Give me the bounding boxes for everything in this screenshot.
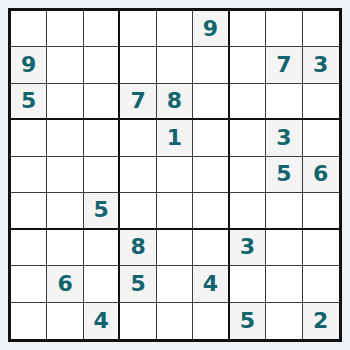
cell-r4c1[interactable] xyxy=(11,120,47,156)
cell-r2c2[interactable] xyxy=(47,47,83,83)
cell-r1c9[interactable] xyxy=(303,11,339,47)
cell-r5c9[interactable]: 6 xyxy=(303,157,339,193)
cell-r6c2[interactable] xyxy=(47,193,83,229)
cell-r2c9[interactable]: 3 xyxy=(303,47,339,83)
cell-r6c5[interactable] xyxy=(157,193,193,229)
cell-r7c3[interactable] xyxy=(84,230,120,266)
cell-r8c3[interactable] xyxy=(84,266,120,302)
cell-r3c1[interactable]: 5 xyxy=(11,84,47,120)
cell-r3c4[interactable]: 7 xyxy=(120,84,156,120)
cell-r8c9[interactable] xyxy=(303,266,339,302)
cell-r5c7[interactable] xyxy=(230,157,266,193)
sudoku-board: 99735781356583654452 xyxy=(8,8,342,342)
cell-r8c2[interactable]: 6 xyxy=(47,266,83,302)
cell-r5c4[interactable] xyxy=(120,157,156,193)
cell-r8c5[interactable] xyxy=(157,266,193,302)
cell-r1c6[interactable]: 9 xyxy=(193,11,229,47)
cell-r1c7[interactable] xyxy=(230,11,266,47)
cell-r6c8[interactable] xyxy=(266,193,302,229)
cell-r3c3[interactable] xyxy=(84,84,120,120)
cell-r6c7[interactable] xyxy=(230,193,266,229)
cell-r5c6[interactable] xyxy=(193,157,229,193)
cell-r9c1[interactable] xyxy=(11,303,47,339)
cell-r9c4[interactable] xyxy=(120,303,156,339)
cell-r4c7[interactable] xyxy=(230,120,266,156)
cell-r4c8[interactable]: 3 xyxy=(266,120,302,156)
cell-r7c4[interactable]: 8 xyxy=(120,230,156,266)
cell-r1c1[interactable] xyxy=(11,11,47,47)
cell-r1c4[interactable] xyxy=(120,11,156,47)
cell-r3c6[interactable] xyxy=(193,84,229,120)
cell-r9c9[interactable]: 2 xyxy=(303,303,339,339)
cell-r8c4[interactable]: 5 xyxy=(120,266,156,302)
cell-r4c6[interactable] xyxy=(193,120,229,156)
cell-r9c8[interactable] xyxy=(266,303,302,339)
cell-r8c1[interactable] xyxy=(11,266,47,302)
cell-r4c2[interactable] xyxy=(47,120,83,156)
cell-r2c3[interactable] xyxy=(84,47,120,83)
cell-r7c9[interactable] xyxy=(303,230,339,266)
cell-r5c2[interactable] xyxy=(47,157,83,193)
cell-r2c7[interactable] xyxy=(230,47,266,83)
cell-r5c5[interactable] xyxy=(157,157,193,193)
cell-r5c8[interactable]: 5 xyxy=(266,157,302,193)
cell-r1c2[interactable] xyxy=(47,11,83,47)
cell-r9c3[interactable]: 4 xyxy=(84,303,120,339)
cell-r3c9[interactable] xyxy=(303,84,339,120)
cell-r6c3[interactable]: 5 xyxy=(84,193,120,229)
cell-r9c7[interactable]: 5 xyxy=(230,303,266,339)
cell-r1c5[interactable] xyxy=(157,11,193,47)
cell-r6c9[interactable] xyxy=(303,193,339,229)
cell-r3c5[interactable]: 8 xyxy=(157,84,193,120)
sudoku-page: 99735781356583654452 xyxy=(0,0,350,350)
cell-r2c4[interactable] xyxy=(120,47,156,83)
cell-r7c6[interactable] xyxy=(193,230,229,266)
cell-r1c8[interactable] xyxy=(266,11,302,47)
cell-r3c2[interactable] xyxy=(47,84,83,120)
cell-r4c9[interactable] xyxy=(303,120,339,156)
cell-r8c6[interactable]: 4 xyxy=(193,266,229,302)
cell-r7c7[interactable]: 3 xyxy=(230,230,266,266)
cell-r7c1[interactable] xyxy=(11,230,47,266)
cell-r8c7[interactable] xyxy=(230,266,266,302)
cell-r3c8[interactable] xyxy=(266,84,302,120)
cell-r6c4[interactable] xyxy=(120,193,156,229)
cell-r3c7[interactable] xyxy=(230,84,266,120)
cell-r4c5[interactable]: 1 xyxy=(157,120,193,156)
cell-r1c3[interactable] xyxy=(84,11,120,47)
cell-r9c5[interactable] xyxy=(157,303,193,339)
cell-r2c8[interactable]: 7 xyxy=(266,47,302,83)
cell-r6c1[interactable] xyxy=(11,193,47,229)
cell-r2c6[interactable] xyxy=(193,47,229,83)
cell-r2c1[interactable]: 9 xyxy=(11,47,47,83)
cell-r4c3[interactable] xyxy=(84,120,120,156)
cell-r7c5[interactable] xyxy=(157,230,193,266)
cell-r5c3[interactable] xyxy=(84,157,120,193)
cell-r7c8[interactable] xyxy=(266,230,302,266)
cell-r5c1[interactable] xyxy=(11,157,47,193)
cell-r2c5[interactable] xyxy=(157,47,193,83)
cell-r6c6[interactable] xyxy=(193,193,229,229)
cell-r9c6[interactable] xyxy=(193,303,229,339)
cell-r7c2[interactable] xyxy=(47,230,83,266)
cell-r9c2[interactable] xyxy=(47,303,83,339)
cell-r8c8[interactable] xyxy=(266,266,302,302)
cell-r4c4[interactable] xyxy=(120,120,156,156)
